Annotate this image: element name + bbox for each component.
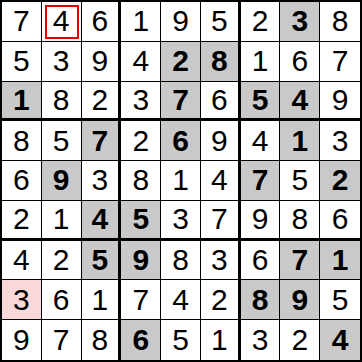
cell-r1c4[interactable]: 2	[161, 42, 201, 82]
cell-r3c8[interactable]: 3	[320, 121, 360, 161]
cell-r5c6[interactable]: 9	[241, 201, 281, 241]
cell-digit: 2	[13, 204, 30, 234]
cell-r3c4[interactable]: 6	[161, 121, 201, 161]
cell-digit: 1	[13, 85, 30, 115]
cell-r7c8[interactable]: 5	[320, 280, 360, 320]
cell-r3c7[interactable]: 1	[280, 121, 320, 161]
cell-digit: 7	[291, 245, 308, 275]
cell-r1c5[interactable]: 8	[201, 42, 241, 82]
cell-r3c6[interactable]: 4	[241, 121, 281, 161]
cell-r4c2[interactable]: 3	[82, 161, 122, 201]
cell-digit: 6	[13, 165, 30, 195]
cell-digit: 4	[252, 126, 269, 156]
cell-r2c0[interactable]: 1	[2, 82, 42, 122]
cell-digit: 7	[132, 285, 149, 315]
cell-r8c4[interactable]: 5	[161, 320, 201, 360]
cell-r6c1[interactable]: 2	[42, 241, 82, 281]
cell-r0c4[interactable]: 9	[161, 2, 201, 42]
cell-r4c6[interactable]: 7	[241, 161, 281, 201]
cell-r6c8[interactable]: 1	[320, 241, 360, 281]
cell-r0c8[interactable]: 8	[320, 2, 360, 42]
cell-digit: 7	[53, 325, 70, 355]
cell-r5c7[interactable]: 8	[280, 201, 320, 241]
cell-digit: 3	[172, 204, 189, 234]
cell-r0c6[interactable]: 2	[241, 2, 281, 42]
cell-r0c0[interactable]: 7	[2, 2, 42, 42]
cell-digit: 3	[13, 285, 30, 315]
cell-digit: 1	[252, 46, 269, 76]
cell-digit: 7	[211, 204, 228, 234]
cell-r3c1[interactable]: 5	[42, 121, 82, 161]
cell-r3c2[interactable]: 7	[82, 121, 122, 161]
cell-digit: 6	[53, 285, 70, 315]
cell-digit: 8	[291, 204, 308, 234]
cell-digit: 6	[291, 46, 308, 76]
cell-r3c3[interactable]: 2	[121, 121, 161, 161]
cell-digit: 8	[53, 85, 70, 115]
cell-r2c1[interactable]: 8	[42, 82, 82, 122]
cell-r6c4[interactable]: 8	[161, 241, 201, 281]
cell-digit: 7	[332, 46, 349, 76]
cell-r8c5[interactable]: 1	[201, 320, 241, 360]
cell-digit: 1	[332, 245, 349, 275]
cell-digit: 3	[291, 6, 308, 36]
cell-r0c7[interactable]: 3	[280, 2, 320, 42]
cell-r0c3[interactable]: 1	[121, 2, 161, 42]
cell-r0c1[interactable]: 4	[42, 2, 82, 42]
cell-r3c5[interactable]: 9	[201, 121, 241, 161]
cell-digit: 3	[332, 126, 349, 156]
cell-r5c4[interactable]: 3	[161, 201, 201, 241]
cell-r7c1[interactable]: 6	[42, 280, 82, 320]
cell-digit: 4	[92, 204, 109, 234]
cell-digit: 5	[211, 6, 228, 36]
cell-digit: 8	[132, 165, 149, 195]
cell-digit: 4	[332, 325, 349, 355]
cell-r1c3[interactable]: 4	[121, 42, 161, 82]
cell-digit: 1	[92, 285, 109, 315]
cell-r5c0[interactable]: 2	[2, 201, 42, 241]
cell-r2c7[interactable]: 4	[280, 82, 320, 122]
cell-r1c7[interactable]: 6	[280, 42, 320, 82]
cell-digit: 9	[291, 285, 308, 315]
cell-r7c7[interactable]: 9	[280, 280, 320, 320]
cell-digit: 8	[332, 6, 349, 36]
cell-r8c3[interactable]: 6	[121, 320, 161, 360]
cell-digit: 9	[172, 6, 189, 36]
cell-r7c0[interactable]: 3	[2, 280, 42, 320]
cell-r5c3[interactable]: 5	[121, 201, 161, 241]
cell-r7c6[interactable]: 8	[241, 280, 281, 320]
cell-digit: 5	[252, 85, 269, 115]
cell-r1c8[interactable]: 7	[320, 42, 360, 82]
cell-digit: 7	[13, 6, 30, 36]
cell-digit: 1	[132, 6, 149, 36]
cell-digit: 7	[252, 165, 269, 195]
cell-digit: 9	[53, 165, 70, 195]
cell-digit: 9	[252, 204, 269, 234]
cell-r4c1[interactable]: 9	[42, 161, 82, 201]
cell-digit: 5	[92, 245, 109, 275]
cell-r1c1[interactable]: 3	[42, 42, 82, 82]
cell-digit: 6	[252, 245, 269, 275]
cell-digit: 4	[291, 85, 308, 115]
cell-r6c7[interactable]: 7	[280, 241, 320, 281]
cell-r0c2[interactable]: 6	[82, 2, 122, 42]
cell-r5c8[interactable]: 6	[320, 201, 360, 241]
cell-digit: 6	[332, 204, 349, 234]
cell-digit: 8	[252, 285, 269, 315]
cell-digit: 5	[291, 165, 308, 195]
cell-digit: 3	[53, 46, 70, 76]
cell-r1c0[interactable]: 5	[2, 42, 42, 82]
cell-r2c4[interactable]: 7	[161, 82, 201, 122]
cell-digit: 1	[172, 165, 189, 195]
cell-digit: 2	[53, 245, 70, 275]
cell-digit: 5	[172, 325, 189, 355]
cell-digit: 9	[13, 325, 30, 355]
cell-r7c2[interactable]: 1	[82, 280, 122, 320]
cell-digit: 4	[172, 285, 189, 315]
cell-r5c1[interactable]: 1	[42, 201, 82, 241]
cell-digit: 4	[13, 245, 30, 275]
cell-r8c0[interactable]: 9	[2, 320, 42, 360]
cell-digit: 6	[211, 85, 228, 115]
cell-digit: 6	[132, 325, 149, 355]
cell-r8c2[interactable]: 8	[82, 320, 122, 360]
cell-r6c3[interactable]: 9	[121, 241, 161, 281]
cell-r4c0[interactable]: 6	[2, 161, 42, 201]
cell-r1c2[interactable]: 9	[82, 42, 122, 82]
cell-digit: 2	[291, 325, 308, 355]
cell-r7c4[interactable]: 4	[161, 280, 201, 320]
cell-r2c5[interactable]: 6	[201, 82, 241, 122]
cell-digit: 5	[332, 285, 349, 315]
cell-r6c6[interactable]: 6	[241, 241, 281, 281]
cell-r8c6[interactable]: 3	[241, 320, 281, 360]
cell-digit: 4	[132, 46, 149, 76]
cell-digit: 1	[53, 204, 70, 234]
cell-digit: 2	[252, 6, 269, 36]
cell-r4c7[interactable]: 5	[280, 161, 320, 201]
cell-r7c3[interactable]: 7	[121, 280, 161, 320]
cell-r5c2[interactable]: 4	[82, 201, 122, 241]
cell-digit: 3	[92, 165, 109, 195]
sudoku-board: 7461952385394281671823765498572694136938…	[0, 0, 362, 362]
cell-r6c0[interactable]: 4	[2, 241, 42, 281]
cell-digit: 9	[92, 46, 109, 76]
cell-r4c5[interactable]: 4	[201, 161, 241, 201]
cell-digit: 8	[92, 325, 109, 355]
cell-r0c5[interactable]: 5	[201, 2, 241, 42]
cell-digit: 9	[132, 245, 149, 275]
cell-digit: 7	[92, 126, 109, 156]
cell-digit: 8	[211, 46, 228, 76]
cell-digit: 2	[132, 126, 149, 156]
cell-r1c6[interactable]: 1	[241, 42, 281, 82]
cell-r8c7[interactable]: 2	[280, 320, 320, 360]
cell-r8c8[interactable]: 4	[320, 320, 360, 360]
cell-r2c2[interactable]: 2	[82, 82, 122, 122]
cell-r6c5[interactable]: 3	[201, 241, 241, 281]
cell-r4c4[interactable]: 1	[161, 161, 201, 201]
cell-digit: 8	[172, 245, 189, 275]
cell-r4c8[interactable]: 2	[320, 161, 360, 201]
cell-digit: 9	[332, 85, 349, 115]
cell-digit: 3	[211, 245, 228, 275]
cell-digit: 5	[53, 126, 70, 156]
cell-digit: 2	[332, 165, 349, 195]
cell-digit: 2	[211, 285, 228, 315]
cell-r5c5[interactable]: 7	[201, 201, 241, 241]
cell-digit: 8	[13, 126, 30, 156]
cell-digit: 3	[252, 325, 269, 355]
cell-r3c0[interactable]: 8	[2, 121, 42, 161]
cell-digit: 1	[291, 126, 308, 156]
cell-digit: 6	[172, 126, 189, 156]
cell-digit: 3	[132, 85, 149, 115]
cell-digit: 2	[92, 85, 109, 115]
cell-digit: 4	[211, 165, 228, 195]
cell-digit: 5	[13, 46, 30, 76]
cell-digit: 6	[92, 6, 109, 36]
cell-digit: 5	[132, 204, 149, 234]
cell-r6c2[interactable]: 5	[82, 241, 122, 281]
cell-r2c6[interactable]: 5	[241, 82, 281, 122]
cell-digit: 7	[172, 85, 189, 115]
cell-digit: 9	[211, 126, 228, 156]
cell-r2c3[interactable]: 3	[121, 82, 161, 122]
cell-r4c3[interactable]: 8	[121, 161, 161, 201]
cell-r7c5[interactable]: 2	[201, 280, 241, 320]
cell-r8c1[interactable]: 7	[42, 320, 82, 360]
cell-r2c8[interactable]: 9	[320, 82, 360, 122]
cell-digit: 2	[172, 46, 189, 76]
cell-digit: 4	[53, 6, 70, 36]
cell-digit: 1	[211, 325, 228, 355]
